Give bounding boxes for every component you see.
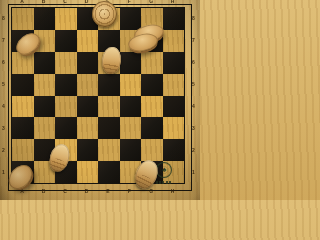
square-d6[interactable] [77, 52, 99, 74]
square-e4[interactable] [98, 96, 120, 118]
square-c3[interactable] [55, 117, 77, 139]
square-g2[interactable] [141, 139, 163, 161]
square-a3[interactable] [12, 117, 34, 139]
square-d1[interactable] [77, 161, 99, 183]
square-h6[interactable] [163, 52, 185, 74]
square-f4[interactable] [120, 96, 142, 118]
square-c7[interactable] [55, 30, 77, 52]
square-f8[interactable] [120, 8, 142, 30]
square-d2[interactable] [77, 139, 99, 161]
square-c6[interactable] [55, 52, 77, 74]
file-label-bottom-A: A [20, 188, 24, 194]
file-label-bottom-D: D [85, 188, 89, 194]
square-b8[interactable] [34, 8, 56, 30]
rank-label-left-4: 4 [2, 103, 5, 109]
file-label-bottom-E: E [106, 188, 109, 194]
square-d4[interactable] [77, 96, 99, 118]
file-label-top-F: F [128, 0, 131, 4]
square-h8[interactable] [163, 8, 185, 30]
square-h4[interactable] [163, 96, 185, 118]
rank-label-right-7: 7 [192, 37, 195, 43]
file-label-top-H: H [171, 0, 175, 4]
maker-stamp-text [152, 181, 173, 184]
board-photo: { "game": "checkers-draughts on wooden 8… [0, 0, 200, 200]
square-g5[interactable] [141, 74, 163, 96]
rank-label-left-1: 1 [2, 169, 5, 175]
square-e2[interactable] [98, 139, 120, 161]
rank-label-left-7: 7 [2, 37, 5, 43]
square-e1[interactable] [98, 161, 120, 183]
spade-icon: ♠ [162, 166, 166, 174]
square-b6[interactable] [34, 52, 56, 74]
square-g4[interactable] [141, 96, 163, 118]
rank-label-right-1: 1 [192, 169, 195, 175]
square-c4[interactable] [55, 96, 77, 118]
square-g6[interactable] [141, 52, 163, 74]
file-label-bottom-B: B [42, 188, 46, 194]
square-a4[interactable] [12, 96, 34, 118]
square-g3[interactable] [141, 117, 163, 139]
rank-label-right-2: 2 [192, 147, 195, 153]
rank-label-left-6: 6 [2, 59, 5, 65]
rank-label-right-5: 5 [192, 81, 195, 87]
maker-stamp-icon: ♠ [156, 162, 172, 178]
rank-label-right-3: 3 [192, 125, 195, 131]
rank-label-right-4: 4 [192, 103, 195, 109]
file-label-top-D: D [85, 0, 89, 4]
square-a2[interactable] [12, 139, 34, 161]
square-a5[interactable] [12, 74, 34, 96]
square-f3[interactable] [120, 117, 142, 139]
rank-label-left-5: 5 [2, 81, 5, 87]
rank-label-left-3: 3 [2, 125, 5, 131]
square-c5[interactable] [55, 74, 77, 96]
square-e3[interactable] [98, 117, 120, 139]
square-f6[interactable] [120, 52, 142, 74]
rank-label-left-2: 2 [2, 147, 5, 153]
file-label-bottom-F: F [128, 188, 131, 194]
file-label-top-B: B [42, 0, 46, 4]
square-d5[interactable] [77, 74, 99, 96]
file-label-top-G: G [149, 0, 153, 4]
rank-label-left-8: 8 [2, 15, 5, 21]
square-b5[interactable] [34, 74, 56, 96]
square-h3[interactable] [163, 117, 185, 139]
square-d3[interactable] [77, 117, 99, 139]
file-label-bottom-C: C [63, 188, 67, 194]
file-label-bottom-G: G [149, 188, 153, 194]
square-d7[interactable] [77, 30, 99, 52]
file-label-bottom-H: H [171, 188, 175, 194]
file-label-top-A: A [20, 0, 24, 4]
square-f2[interactable] [120, 139, 142, 161]
file-label-top-C: C [63, 0, 67, 4]
square-a8[interactable] [12, 8, 34, 30]
square-h7[interactable] [163, 30, 185, 52]
rank-label-right-8: 8 [192, 15, 195, 21]
square-f5[interactable] [120, 74, 142, 96]
square-b3[interactable] [34, 117, 56, 139]
square-c8[interactable] [55, 8, 77, 30]
square-e5[interactable] [98, 74, 120, 96]
square-h5[interactable] [163, 74, 185, 96]
rank-label-right-6: 6 [192, 59, 195, 65]
square-b4[interactable] [34, 96, 56, 118]
square-h2[interactable] [163, 139, 185, 161]
